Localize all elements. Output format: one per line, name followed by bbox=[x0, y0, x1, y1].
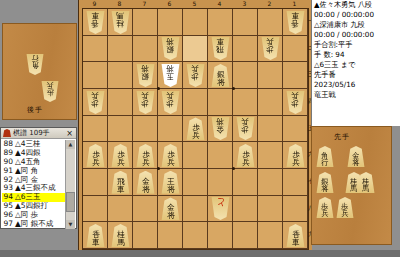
info-line-4: 手合割:平手 bbox=[312, 40, 400, 50]
gote-hand-tray: 後手 角行歩兵 bbox=[2, 23, 77, 120]
gote-piece-歩兵[interactable]: 歩兵 bbox=[136, 91, 155, 114]
sente-piece-歩兵[interactable]: 歩兵 bbox=[316, 197, 334, 218]
info-line-3: 00:00 / 00:00:00 bbox=[312, 30, 400, 40]
gote-piece-歩兵[interactable]: 歩兵 bbox=[161, 91, 180, 114]
file-label-4: 4 bbox=[215, 0, 225, 7]
window-bottom-strip bbox=[0, 250, 400, 257]
scroll-up-icon[interactable]: ▲ bbox=[66, 140, 75, 149]
scroll-down-icon[interactable]: ▼ bbox=[66, 220, 75, 229]
board-star-point bbox=[157, 87, 160, 90]
file-label-8: 8 bbox=[115, 0, 125, 7]
gote-piece-桂馬[interactable]: 桂馬 bbox=[111, 11, 130, 34]
sente-piece-香車[interactable]: 香車 bbox=[286, 224, 305, 247]
sente-tray-label: 先手 bbox=[334, 132, 350, 142]
sente-piece-飛車[interactable]: 飛車 bbox=[111, 171, 130, 194]
gote-piece-香車[interactable]: 香車 bbox=[86, 11, 105, 34]
file-label-5: 5 bbox=[190, 0, 200, 7]
sente-piece-歩兵[interactable]: 歩兵 bbox=[111, 144, 130, 167]
shogi-piece-icon bbox=[3, 129, 11, 137]
sente-piece-歩兵[interactable]: 歩兵 bbox=[136, 144, 155, 167]
sente-piece-金将[interactable]: 金将 bbox=[161, 197, 180, 220]
sente-piece-歩兵[interactable]: 歩兵 bbox=[286, 144, 305, 167]
gote-piece-玉将[interactable]: 玉将 bbox=[161, 64, 180, 87]
shogi-board: 987654321 香車桂馬香車銀将飛車歩兵銀将玉将歩兵銀将歩兵歩兵歩兵歩兵歩兵… bbox=[78, 0, 312, 252]
gote-piece-香車[interactable]: 香車 bbox=[286, 11, 305, 34]
info-line-8: 2023/05/16 bbox=[312, 80, 400, 90]
gote-piece-歩兵[interactable]: 歩兵 bbox=[186, 64, 205, 87]
file-label-1: 1 bbox=[290, 0, 300, 7]
shogi-app-window: { "game": "shogi", "position": { "sfen":… bbox=[0, 0, 400, 257]
sente-piece-角行[interactable]: 角行 bbox=[316, 146, 334, 167]
file-label-3: 3 bbox=[240, 0, 250, 7]
file-label-2: 2 bbox=[265, 0, 275, 7]
kifu-move-row-97[interactable]: 97▲同 銀不成 bbox=[2, 220, 66, 229]
gote-piece-と[interactable]: と bbox=[211, 197, 230, 220]
gote-piece-金将[interactable]: 金将 bbox=[211, 117, 230, 140]
info-line-7: 先手番 bbox=[312, 70, 400, 80]
gote-tray-label: 後手 bbox=[27, 105, 43, 115]
file-labels: 987654321 bbox=[82, 0, 307, 8]
scrollbar-thumb[interactable] bbox=[66, 192, 75, 212]
kifu-titlebar[interactable]: 棋譜 109手 × bbox=[1, 128, 76, 139]
sente-piece-香車[interactable]: 香車 bbox=[86, 224, 105, 247]
sente-hand-tray: 先手 角行金将銀将桂馬桂馬歩兵歩兵 bbox=[311, 126, 392, 245]
sente-piece-金将[interactable]: 金将 bbox=[136, 171, 155, 194]
sente-piece-桂馬[interactable]: 桂馬 bbox=[111, 224, 130, 247]
sente-piece-歩兵[interactable]: 歩兵 bbox=[161, 144, 180, 167]
gote-piece-歩兵[interactable]: 歩兵 bbox=[286, 91, 305, 114]
sente-piece-銀将[interactable]: 銀将 bbox=[211, 64, 230, 87]
sente-piece-歩兵[interactable]: 歩兵 bbox=[336, 197, 354, 218]
gote-piece-銀将[interactable]: 銀将 bbox=[161, 37, 180, 60]
board-star-point bbox=[232, 87, 235, 90]
file-label-9: 9 bbox=[90, 0, 100, 7]
kifu-scrollbar[interactable]: ▲ ▼ bbox=[65, 140, 75, 229]
info-line-1: 00:00 / 00:00:00 bbox=[312, 10, 400, 20]
board-star-point bbox=[157, 167, 160, 170]
sente-piece-王将[interactable]: 王将 bbox=[161, 171, 180, 194]
close-icon[interactable]: × bbox=[66, 129, 73, 138]
file-label-6: 6 bbox=[165, 0, 175, 7]
gote-piece-歩兵[interactable]: 歩兵 bbox=[41, 81, 59, 102]
board-grid[interactable]: 香車桂馬香車銀将飛車歩兵銀将玉将歩兵銀将歩兵歩兵歩兵歩兵歩兵金将歩兵歩兵歩兵歩兵… bbox=[82, 8, 309, 250]
info-line-0: ▲佐々木勇気 八段 bbox=[312, 0, 400, 10]
sente-piece-金将[interactable]: 金将 bbox=[347, 146, 365, 167]
last-move-source-square bbox=[183, 36, 207, 62]
info-line-5: 手 数: 94 bbox=[312, 50, 400, 60]
kifu-move-list[interactable]: 88△4三桂89▲4四銀90△4五角91▲同 角92△同 金93▲4三銀不成94… bbox=[2, 140, 66, 229]
gote-piece-歩兵[interactable]: 歩兵 bbox=[236, 117, 255, 140]
gote-piece-銀将[interactable]: 銀将 bbox=[136, 64, 155, 87]
game-info-panel: ▲佐々木勇気 八段00:00 / 00:00:00△深浦康市 九段00:00 /… bbox=[311, 0, 400, 126]
gote-piece-角行[interactable]: 角行 bbox=[26, 54, 44, 75]
info-line-6: △6三玉 まで bbox=[312, 60, 400, 70]
info-line-2: △深浦康市 九段 bbox=[312, 20, 400, 30]
gote-piece-飛車[interactable]: 飛車 bbox=[211, 37, 230, 60]
file-label-7: 7 bbox=[140, 0, 150, 7]
sente-piece-歩兵[interactable]: 歩兵 bbox=[86, 144, 105, 167]
sente-piece-銀将[interactable]: 銀将 bbox=[316, 172, 334, 193]
info-line-9: 竜王戦 bbox=[312, 90, 400, 100]
kifu-panel: 棋譜 109手 × 88△4三桂89▲4四銀90△4五角91▲同 角92△同 金… bbox=[0, 127, 77, 229]
kifu-title: 棋譜 109手 bbox=[13, 128, 66, 138]
board-star-point bbox=[232, 167, 235, 170]
sente-piece-歩兵[interactable]: 歩兵 bbox=[236, 144, 255, 167]
gote-piece-歩兵[interactable]: 歩兵 bbox=[261, 37, 280, 60]
gote-piece-歩兵[interactable]: 歩兵 bbox=[86, 91, 105, 114]
sente-piece-歩兵[interactable]: 歩兵 bbox=[186, 117, 205, 140]
